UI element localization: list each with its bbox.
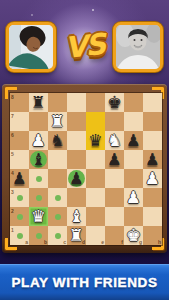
play-with-friends-button[interactable]: PLAY WITH FRIENDS: [0, 264, 169, 300]
square-d6[interactable]: [67, 131, 86, 150]
rank-label-6: 6: [11, 132, 14, 138]
square-d5[interactable]: [67, 150, 86, 169]
square-e2[interactable]: [86, 207, 105, 226]
black-pawn-f5[interactable]: ♟: [105, 150, 124, 169]
legal-move-dot-c1[interactable]: [55, 233, 61, 239]
file-label-c: c: [63, 239, 66, 245]
white-bishop-d2[interactable]: ♝: [67, 207, 86, 226]
square-f8[interactable]: ♚: [105, 93, 124, 112]
square-f1[interactable]: f: [105, 226, 124, 245]
square-e3[interactable]: [86, 188, 105, 207]
square-c8[interactable]: [48, 93, 67, 112]
square-e8[interactable]: [86, 93, 105, 112]
square-a3[interactable]: 3: [10, 188, 29, 207]
file-label-d: d: [82, 239, 85, 245]
white-pawn-b6[interactable]: ♟: [29, 131, 48, 150]
banner-label: PLAY WITH FRIENDS: [12, 275, 158, 290]
white-pawn-g3[interactable]: ♟: [124, 188, 143, 207]
file-label-h: h: [158, 239, 161, 245]
square-g6[interactable]: ♟: [124, 131, 143, 150]
legal-move-dot-b1[interactable]: [36, 233, 42, 239]
file-label-f: f: [121, 239, 123, 245]
square-a5[interactable]: 5: [10, 150, 29, 169]
black-queen-e6[interactable]: ♛: [86, 131, 105, 150]
rank-label-4: 4: [11, 170, 14, 176]
legal-move-dot-b3[interactable]: [36, 195, 42, 201]
square-a2[interactable]: 2: [10, 207, 29, 226]
square-a8[interactable]: 8: [10, 93, 29, 112]
chess-app-screen: VS 8♜♚7♜6♟♞♛♞♟5♝♟♟♟4♟♟3♟2♛♝1abc♜def♚gh P…: [0, 0, 169, 300]
square-c1[interactable]: c: [48, 226, 67, 245]
square-h5[interactable]: ♟: [143, 150, 162, 169]
square-h8[interactable]: [143, 93, 162, 112]
square-h6[interactable]: [143, 131, 162, 150]
file-label-e: e: [101, 239, 104, 245]
black-knight-c6[interactable]: ♞: [48, 131, 67, 150]
square-b5[interactable]: ♝: [29, 150, 48, 169]
square-f2[interactable]: [105, 207, 124, 226]
chess-board-frame: 8♜♚7♜6♟♞♛♞♟5♝♟♟♟4♟♟3♟2♛♝1abc♜def♚gh: [2, 84, 167, 253]
rank-label-5: 5: [11, 151, 14, 157]
square-a6[interactable]: 6: [10, 131, 29, 150]
legal-move-dot-a1[interactable]: [17, 233, 23, 239]
white-knight-f6[interactable]: ♞: [105, 131, 124, 150]
black-pawn-g6[interactable]: ♟: [124, 131, 143, 150]
rank-label-8: 8: [11, 94, 14, 100]
square-d7[interactable]: [67, 112, 86, 131]
square-g5[interactable]: [124, 150, 143, 169]
square-c5[interactable]: [48, 150, 67, 169]
square-e5[interactable]: [86, 150, 105, 169]
square-g7[interactable]: [124, 112, 143, 131]
rank-label-3: 3: [11, 189, 14, 195]
black-king-f8[interactable]: ♚: [105, 93, 124, 112]
square-c2[interactable]: [48, 207, 67, 226]
square-h3[interactable]: [143, 188, 162, 207]
square-b2[interactable]: ♛: [29, 207, 48, 226]
black-pawn-d4[interactable]: ♟: [67, 169, 86, 188]
legal-move-dot-b4[interactable]: [36, 176, 42, 182]
square-e1[interactable]: e: [86, 226, 105, 245]
square-b1[interactable]: b: [29, 226, 48, 245]
rank-label-7: 7: [11, 113, 14, 119]
square-a7[interactable]: 7: [10, 112, 29, 131]
square-h1[interactable]: h: [143, 226, 162, 245]
black-rook-b8[interactable]: ♜: [29, 93, 48, 112]
square-g3[interactable]: ♟: [124, 188, 143, 207]
square-d8[interactable]: [67, 93, 86, 112]
square-b7[interactable]: [29, 112, 48, 131]
square-h4[interactable]: ♟: [143, 169, 162, 188]
square-a4[interactable]: ♟4: [10, 169, 29, 188]
man-portrait-illustration: [116, 25, 160, 69]
square-h2[interactable]: [143, 207, 162, 226]
square-e7[interactable]: [86, 112, 105, 131]
square-g1[interactable]: ♚g: [124, 226, 143, 245]
square-c4[interactable]: [48, 169, 67, 188]
square-d3[interactable]: [67, 188, 86, 207]
square-f3[interactable]: [105, 188, 124, 207]
square-e6[interactable]: ♛: [86, 131, 105, 150]
black-bishop-b5[interactable]: ♝: [29, 150, 48, 169]
white-rook-c7[interactable]: ♜: [48, 112, 67, 131]
square-b6[interactable]: ♟: [29, 131, 48, 150]
right-player-avatar: [113, 22, 163, 72]
chess-board: 8♜♚7♜6♟♞♛♞♟5♝♟♟♟4♟♟3♟2♛♝1abc♜def♚gh: [10, 93, 162, 245]
square-h7[interactable]: [143, 112, 162, 131]
square-e4[interactable]: [86, 169, 105, 188]
file-label-b: b: [44, 239, 47, 245]
square-d2[interactable]: ♝: [67, 207, 86, 226]
sparkle-star: [92, 9, 94, 11]
square-f6[interactable]: ♞: [105, 131, 124, 150]
rank-label-1: 1: [11, 227, 14, 233]
square-g2[interactable]: [124, 207, 143, 226]
file-label-g: g: [139, 239, 142, 245]
square-b8[interactable]: ♜: [29, 93, 48, 112]
square-g4[interactable]: [124, 169, 143, 188]
white-queen-b2[interactable]: ♛: [29, 207, 48, 226]
square-b3[interactable]: [29, 188, 48, 207]
rank-label-2: 2: [11, 208, 14, 214]
square-f5[interactable]: ♟: [105, 150, 124, 169]
square-c7[interactable]: ♜: [48, 112, 67, 131]
square-d1[interactable]: ♜d: [67, 226, 86, 245]
white-pawn-h4[interactable]: ♟: [143, 169, 162, 188]
square-f7[interactable]: [105, 112, 124, 131]
legal-move-dot-c3[interactable]: [55, 195, 61, 201]
square-a1[interactable]: 1a: [10, 226, 29, 245]
file-label-a: a: [25, 239, 28, 245]
sparkle-star: [31, 14, 33, 16]
square-b4[interactable]: [29, 169, 48, 188]
legal-move-dot-a2[interactable]: [17, 214, 23, 220]
square-d4[interactable]: ♟: [67, 169, 86, 188]
black-pawn-h5[interactable]: ♟: [143, 150, 162, 169]
square-c3[interactable]: [48, 188, 67, 207]
legal-move-dot-a3[interactable]: [17, 195, 23, 201]
square-g8[interactable]: [124, 93, 143, 112]
legal-move-dot-c2[interactable]: [55, 214, 61, 220]
square-f4[interactable]: [105, 169, 124, 188]
square-c6[interactable]: ♞: [48, 131, 67, 150]
